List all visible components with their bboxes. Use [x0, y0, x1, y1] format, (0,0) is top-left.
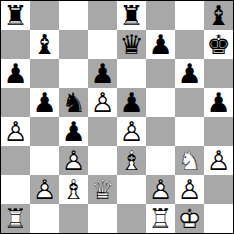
square-h4[interactable] [204, 117, 233, 146]
square-h2[interactable] [204, 175, 233, 204]
white-piece-outline: ♙ [175, 175, 204, 204]
white-piece-outline: ♖ [146, 204, 175, 233]
piece-black-rook: ♜ [1, 1, 30, 30]
square-g4[interactable] [175, 117, 204, 146]
piece-black-pawn: ♟ [59, 117, 88, 146]
piece-white-rook: ♜♖ [146, 204, 175, 233]
square-f6[interactable] [146, 59, 175, 88]
square-a2[interactable] [1, 175, 30, 204]
square-c8[interactable] [59, 1, 88, 30]
white-piece-outline: ♙ [146, 175, 175, 204]
square-h8[interactable]: ♝ [204, 1, 233, 30]
square-d3[interactable] [88, 146, 117, 175]
square-h5[interactable]: ♟ [204, 88, 233, 117]
piece-white-king: ♚♔ [175, 204, 204, 233]
square-e3[interactable]: ♝♗ [117, 146, 146, 175]
piece-white-bishop: ♝♗ [117, 146, 146, 175]
square-f1[interactable]: ♜♖ [146, 204, 175, 233]
piece-black-pawn: ♟ [1, 59, 30, 88]
piece-white-pawn: ♟♙ [204, 146, 233, 175]
piece-black-pawn: ♟ [175, 59, 204, 88]
square-c2[interactable]: ♝♗ [59, 175, 88, 204]
piece-black-king: ♚ [204, 30, 233, 59]
square-d7[interactable] [88, 30, 117, 59]
piece-black-pawn: ♟ [204, 88, 233, 117]
square-d4[interactable] [88, 117, 117, 146]
square-d8[interactable] [88, 1, 117, 30]
square-c5[interactable]: ♞ [59, 88, 88, 117]
piece-black-pawn: ♟ [88, 59, 117, 88]
square-h7[interactable]: ♚ [204, 30, 233, 59]
square-b6[interactable] [30, 59, 59, 88]
square-c4[interactable]: ♟ [59, 117, 88, 146]
white-piece-outline: ♗ [59, 175, 88, 204]
square-a3[interactable] [1, 146, 30, 175]
square-a6[interactable]: ♟ [1, 59, 30, 88]
square-a5[interactable] [1, 88, 30, 117]
square-b5[interactable]: ♟ [30, 88, 59, 117]
square-a7[interactable] [1, 30, 30, 59]
piece-white-pawn: ♟♙ [30, 175, 59, 204]
piece-white-pawn: ♟♙ [88, 88, 117, 117]
white-piece-outline: ♙ [1, 117, 30, 146]
square-b8[interactable] [30, 1, 59, 30]
piece-black-bishop: ♝ [204, 1, 233, 30]
square-e4[interactable]: ♟♙ [117, 117, 146, 146]
square-f5[interactable] [146, 88, 175, 117]
white-piece-outline: ♘ [175, 146, 204, 175]
white-piece-outline: ♙ [59, 146, 88, 175]
square-e1[interactable] [117, 204, 146, 233]
square-a1[interactable]: ♜♖ [1, 204, 30, 233]
white-piece-outline: ♙ [88, 88, 117, 117]
piece-black-pawn: ♟ [117, 88, 146, 117]
square-b3[interactable] [30, 146, 59, 175]
square-a4[interactable]: ♟♙ [1, 117, 30, 146]
square-e7[interactable]: ♛ [117, 30, 146, 59]
white-piece-outline: ♕ [88, 175, 117, 204]
square-c7[interactable] [59, 30, 88, 59]
piece-black-pawn: ♟ [146, 30, 175, 59]
square-g1[interactable]: ♚♔ [175, 204, 204, 233]
white-piece-outline: ♖ [1, 204, 30, 233]
square-e8[interactable]: ♜ [117, 1, 146, 30]
square-b2[interactable]: ♟♙ [30, 175, 59, 204]
square-f4[interactable] [146, 117, 175, 146]
piece-white-pawn: ♟♙ [1, 117, 30, 146]
chess-board: ♜♜♝♝♛♟♚♟♟♟♟♞♟♙♟♟♟♙♟♟♙♟♙♝♗♞♘♟♙♟♙♝♗♛♕♟♙♟♙♜… [1, 1, 233, 233]
square-f2[interactable]: ♟♙ [146, 175, 175, 204]
square-g3[interactable]: ♞♘ [175, 146, 204, 175]
square-g2[interactable]: ♟♙ [175, 175, 204, 204]
white-piece-outline: ♙ [204, 146, 233, 175]
square-f8[interactable] [146, 1, 175, 30]
square-a8[interactable]: ♜ [1, 1, 30, 30]
piece-white-pawn: ♟♙ [59, 146, 88, 175]
piece-black-queen: ♛ [117, 30, 146, 59]
piece-white-pawn: ♟♙ [146, 175, 175, 204]
white-piece-outline: ♗ [117, 146, 146, 175]
piece-black-pawn: ♟ [30, 88, 59, 117]
square-h6[interactable] [204, 59, 233, 88]
piece-black-bishop: ♝ [30, 30, 59, 59]
square-b1[interactable] [30, 204, 59, 233]
piece-white-pawn: ♟♙ [117, 117, 146, 146]
square-c3[interactable]: ♟♙ [59, 146, 88, 175]
square-b4[interactable] [30, 117, 59, 146]
square-c1[interactable] [59, 204, 88, 233]
square-h1[interactable] [204, 204, 233, 233]
square-f3[interactable] [146, 146, 175, 175]
square-b7[interactable]: ♝ [30, 30, 59, 59]
piece-white-pawn: ♟♙ [175, 175, 204, 204]
square-g8[interactable] [175, 1, 204, 30]
square-d2[interactable]: ♛♕ [88, 175, 117, 204]
square-f7[interactable]: ♟ [146, 30, 175, 59]
square-e6[interactable] [117, 59, 146, 88]
piece-white-queen: ♛♕ [88, 175, 117, 204]
square-e5[interactable]: ♟ [117, 88, 146, 117]
square-e2[interactable] [117, 175, 146, 204]
square-g6[interactable]: ♟ [175, 59, 204, 88]
square-d6[interactable]: ♟ [88, 59, 117, 88]
piece-black-rook: ♜ [117, 1, 146, 30]
square-c6[interactable] [59, 59, 88, 88]
square-g5[interactable] [175, 88, 204, 117]
white-piece-outline: ♙ [30, 175, 59, 204]
square-g7[interactable] [175, 30, 204, 59]
piece-black-knight: ♞ [59, 88, 88, 117]
square-d5[interactable]: ♟♙ [88, 88, 117, 117]
piece-white-rook: ♜♖ [1, 204, 30, 233]
white-piece-outline: ♔ [175, 204, 204, 233]
board-frame: ♜♜♝♝♛♟♚♟♟♟♟♞♟♙♟♟♟♙♟♟♙♟♙♝♗♞♘♟♙♟♙♝♗♛♕♟♙♟♙♜… [0, 0, 234, 234]
piece-white-bishop: ♝♗ [59, 175, 88, 204]
square-h3[interactable]: ♟♙ [204, 146, 233, 175]
piece-white-knight: ♞♘ [175, 146, 204, 175]
white-piece-outline: ♙ [117, 117, 146, 146]
square-d1[interactable] [88, 204, 117, 233]
